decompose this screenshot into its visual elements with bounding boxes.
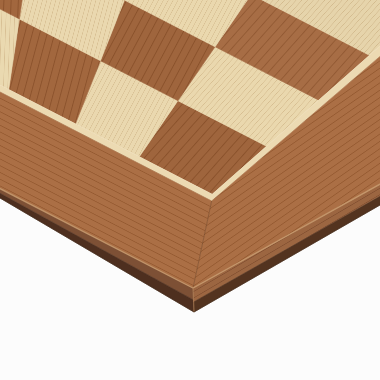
- chessboard: [0, 0, 380, 380]
- product-photo-empty-chessboard: [0, 0, 380, 380]
